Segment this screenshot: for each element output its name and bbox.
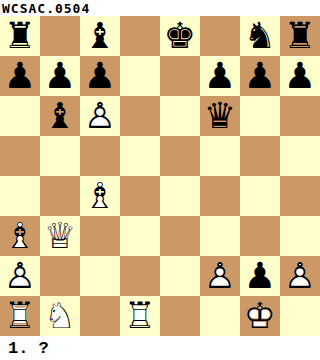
black-pawn-h7[interactable]: ♟ bbox=[280, 56, 320, 96]
square-b3[interactable]: ♛♕ bbox=[40, 216, 80, 256]
piece-glyph: ♜ bbox=[0, 16, 40, 56]
white-bishop-c4[interactable]: ♝♗ bbox=[80, 176, 120, 216]
white-rook-d1[interactable]: ♜♖ bbox=[120, 296, 160, 336]
piece-glyph: ♝ bbox=[80, 16, 120, 56]
status-bar: 1. ? bbox=[0, 336, 320, 360]
square-g7[interactable]: ♟ bbox=[240, 56, 280, 96]
square-b6[interactable]: ♝ bbox=[40, 96, 80, 136]
piece-glyph: ♜ bbox=[280, 16, 320, 56]
square-e2[interactable] bbox=[160, 256, 200, 296]
piece-glyph: ♝ bbox=[40, 96, 80, 136]
square-h4[interactable] bbox=[280, 176, 320, 216]
square-g8[interactable]: ♞ bbox=[240, 16, 280, 56]
square-f5[interactable] bbox=[200, 136, 240, 176]
square-h5[interactable] bbox=[280, 136, 320, 176]
square-c8[interactable]: ♝ bbox=[80, 16, 120, 56]
black-bishop-c8[interactable]: ♝ bbox=[80, 16, 120, 56]
square-b7[interactable]: ♟ bbox=[40, 56, 80, 96]
piece-glyph-outline: ♖ bbox=[0, 296, 40, 336]
square-a8[interactable]: ♜ bbox=[0, 16, 40, 56]
white-knight-b1[interactable]: ♞♘ bbox=[40, 296, 80, 336]
square-a2[interactable]: ♟♙ bbox=[0, 256, 40, 296]
square-d2[interactable] bbox=[120, 256, 160, 296]
square-c6[interactable]: ♟♙ bbox=[80, 96, 120, 136]
square-c7[interactable]: ♟ bbox=[80, 56, 120, 96]
square-d8[interactable] bbox=[120, 16, 160, 56]
piece-glyph: ♚ bbox=[160, 16, 200, 56]
square-d6[interactable] bbox=[120, 96, 160, 136]
black-king-e8[interactable]: ♚ bbox=[160, 16, 200, 56]
square-b4[interactable] bbox=[40, 176, 80, 216]
square-d7[interactable] bbox=[120, 56, 160, 96]
piece-glyph-outline: ♙ bbox=[0, 256, 40, 296]
square-a7[interactable]: ♟ bbox=[0, 56, 40, 96]
square-e6[interactable] bbox=[160, 96, 200, 136]
square-e3[interactable] bbox=[160, 216, 200, 256]
white-bishop-a3[interactable]: ♝♗ bbox=[0, 216, 40, 256]
piece-glyph: ♟ bbox=[0, 56, 40, 96]
piece-glyph: ♛ bbox=[200, 96, 240, 136]
square-e5[interactable] bbox=[160, 136, 200, 176]
square-b8[interactable] bbox=[40, 16, 80, 56]
square-h6[interactable] bbox=[280, 96, 320, 136]
black-pawn-g2[interactable]: ♟ bbox=[240, 256, 280, 296]
black-queen-f6[interactable]: ♛ bbox=[200, 96, 240, 136]
chess-diagram-window: WCSAC.0504 ♜♝♚♞♜♟♟♟♟♟♟♝♟♙♛♝♗♝♗♛♕♟♙♟♙♟♟♙♜… bbox=[0, 0, 320, 360]
square-c2[interactable] bbox=[80, 256, 120, 296]
square-a3[interactable]: ♝♗ bbox=[0, 216, 40, 256]
piece-glyph: ♟ bbox=[40, 56, 80, 96]
square-f8[interactable] bbox=[200, 16, 240, 56]
square-b2[interactable] bbox=[40, 256, 80, 296]
black-bishop-b6[interactable]: ♝ bbox=[40, 96, 80, 136]
piece-glyph: ♟ bbox=[280, 56, 320, 96]
square-c4[interactable]: ♝♗ bbox=[80, 176, 120, 216]
square-g1[interactable]: ♚♔ bbox=[240, 296, 280, 336]
title-bar: WCSAC.0504 bbox=[0, 0, 320, 16]
square-c1[interactable] bbox=[80, 296, 120, 336]
square-f7[interactable]: ♟ bbox=[200, 56, 240, 96]
white-pawn-f2[interactable]: ♟♙ bbox=[200, 256, 240, 296]
square-d1[interactable]: ♜♖ bbox=[120, 296, 160, 336]
black-pawn-c7[interactable]: ♟ bbox=[80, 56, 120, 96]
square-d4[interactable] bbox=[120, 176, 160, 216]
square-h2[interactable]: ♟♙ bbox=[280, 256, 320, 296]
piece-glyph-outline: ♗ bbox=[0, 216, 40, 256]
white-rook-a1[interactable]: ♜♖ bbox=[0, 296, 40, 336]
black-rook-h8[interactable]: ♜ bbox=[280, 16, 320, 56]
square-g6[interactable] bbox=[240, 96, 280, 136]
piece-glyph: ♟ bbox=[240, 56, 280, 96]
white-pawn-h2[interactable]: ♟♙ bbox=[280, 256, 320, 296]
chess-board: ♜♝♚♞♜♟♟♟♟♟♟♝♟♙♛♝♗♝♗♛♕♟♙♟♙♟♟♙♜♖♞♘♜♖♚♔ bbox=[0, 16, 320, 336]
piece-glyph: ♟ bbox=[80, 56, 120, 96]
square-f1[interactable] bbox=[200, 296, 240, 336]
white-king-g1[interactable]: ♚♔ bbox=[240, 296, 280, 336]
square-c3[interactable] bbox=[80, 216, 120, 256]
square-g4[interactable] bbox=[240, 176, 280, 216]
square-f3[interactable] bbox=[200, 216, 240, 256]
square-h1[interactable] bbox=[280, 296, 320, 336]
square-g3[interactable] bbox=[240, 216, 280, 256]
square-h3[interactable] bbox=[280, 216, 320, 256]
square-b5[interactable] bbox=[40, 136, 80, 176]
square-f4[interactable] bbox=[200, 176, 240, 216]
piece-glyph-outline: ♔ bbox=[240, 296, 280, 336]
square-a1[interactable]: ♜♖ bbox=[0, 296, 40, 336]
piece-glyph: ♟ bbox=[200, 56, 240, 96]
square-a5[interactable] bbox=[0, 136, 40, 176]
puzzle-title: WCSAC.0504 bbox=[2, 1, 90, 16]
square-f6[interactable]: ♛ bbox=[200, 96, 240, 136]
piece-glyph-outline: ♙ bbox=[80, 96, 120, 136]
piece-glyph-outline: ♖ bbox=[120, 296, 160, 336]
square-d5[interactable] bbox=[120, 136, 160, 176]
white-pawn-a2[interactable]: ♟♙ bbox=[0, 256, 40, 296]
square-a4[interactable] bbox=[0, 176, 40, 216]
piece-glyph-outline: ♕ bbox=[40, 216, 80, 256]
square-h7[interactable]: ♟ bbox=[280, 56, 320, 96]
white-queen-b3[interactable]: ♛♕ bbox=[40, 216, 80, 256]
square-d3[interactable] bbox=[120, 216, 160, 256]
square-e8[interactable]: ♚ bbox=[160, 16, 200, 56]
black-knight-g8[interactable]: ♞ bbox=[240, 16, 280, 56]
square-h8[interactable]: ♜ bbox=[280, 16, 320, 56]
piece-glyph: ♞ bbox=[240, 16, 280, 56]
black-pawn-b7[interactable]: ♟ bbox=[40, 56, 80, 96]
black-pawn-f7[interactable]: ♟ bbox=[200, 56, 240, 96]
square-f2[interactable]: ♟♙ bbox=[200, 256, 240, 296]
square-g2[interactable]: ♟ bbox=[240, 256, 280, 296]
square-e7[interactable] bbox=[160, 56, 200, 96]
square-a6[interactable] bbox=[0, 96, 40, 136]
piece-glyph-outline: ♗ bbox=[80, 176, 120, 216]
piece-glyph-outline: ♘ bbox=[40, 296, 80, 336]
black-pawn-g7[interactable]: ♟ bbox=[240, 56, 280, 96]
square-e4[interactable] bbox=[160, 176, 200, 216]
black-rook-a8[interactable]: ♜ bbox=[0, 16, 40, 56]
piece-glyph-outline: ♙ bbox=[280, 256, 320, 296]
white-pawn-c6[interactable]: ♟♙ bbox=[80, 96, 120, 136]
square-e1[interactable] bbox=[160, 296, 200, 336]
piece-glyph-outline: ♙ bbox=[200, 256, 240, 296]
square-c5[interactable] bbox=[80, 136, 120, 176]
black-pawn-a7[interactable]: ♟ bbox=[0, 56, 40, 96]
square-g5[interactable] bbox=[240, 136, 280, 176]
square-b1[interactable]: ♞♘ bbox=[40, 296, 80, 336]
move-prompt: 1. ? bbox=[8, 339, 49, 358]
piece-glyph: ♟ bbox=[240, 256, 280, 296]
